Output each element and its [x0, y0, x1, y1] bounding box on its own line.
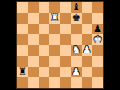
piece-black-pawn[interactable]: ♟ [93, 24, 102, 34]
square-f1[interactable] [71, 77, 82, 88]
square-e2[interactable] [60, 67, 71, 78]
square-f7[interactable]: ♚ [71, 13, 82, 24]
square-e8[interactable] [60, 2, 71, 13]
square-g7[interactable] [82, 13, 93, 24]
square-h1[interactable] [92, 77, 103, 88]
square-h6[interactable]: ♟ [92, 24, 103, 35]
square-e4[interactable] [60, 45, 71, 56]
piece-white-rook[interactable]: ♜ [50, 13, 59, 23]
square-f2[interactable]: ♟ [71, 67, 82, 78]
square-e3[interactable] [60, 56, 71, 67]
square-a4[interactable] [17, 45, 28, 56]
square-h5[interactable]: ♚ [92, 34, 103, 45]
square-h7[interactable] [92, 13, 103, 24]
square-e5[interactable] [60, 34, 71, 45]
square-g1[interactable] [82, 77, 93, 88]
square-f5[interactable] [71, 34, 82, 45]
square-g6[interactable] [82, 24, 93, 35]
piece-white-pawn[interactable]: ♟ [82, 45, 91, 55]
square-c8[interactable] [39, 2, 50, 13]
piece-white-king[interactable]: ♚ [93, 34, 102, 44]
square-a6[interactable] [17, 24, 28, 35]
piece-white-pawn[interactable]: ♟ [72, 67, 81, 77]
piece-black-king[interactable]: ♚ [72, 13, 81, 23]
square-d4[interactable] [49, 45, 60, 56]
square-h4[interactable] [92, 45, 103, 56]
square-b6[interactable] [28, 24, 39, 35]
square-e1[interactable] [60, 77, 71, 88]
square-d5[interactable] [49, 34, 60, 45]
square-f8[interactable]: ♝ [71, 2, 82, 13]
square-f6[interactable] [71, 24, 82, 35]
square-g5[interactable] [82, 34, 93, 45]
square-a2[interactable]: ♜ [17, 67, 28, 78]
chess-board: ♝♜♚♟♚♞♟♜♟ [16, 1, 104, 89]
square-b7[interactable] [28, 13, 39, 24]
square-d1[interactable] [49, 77, 60, 88]
square-c1[interactable] [39, 77, 50, 88]
diagram-background: ♝♜♚♟♚♞♟♜♟ [0, 0, 120, 90]
square-e6[interactable] [60, 24, 71, 35]
square-a3[interactable] [17, 56, 28, 67]
square-f3[interactable] [71, 56, 82, 67]
square-d3[interactable] [49, 56, 60, 67]
square-d8[interactable] [49, 2, 60, 13]
square-c4[interactable] [39, 45, 50, 56]
square-c2[interactable] [39, 67, 50, 78]
square-b8[interactable] [28, 2, 39, 13]
square-c3[interactable] [39, 56, 50, 67]
square-f4[interactable]: ♞ [71, 45, 82, 56]
square-d2[interactable] [49, 67, 60, 78]
square-c6[interactable] [39, 24, 50, 35]
piece-white-knight[interactable]: ♞ [72, 45, 81, 55]
square-h8[interactable] [92, 2, 103, 13]
square-a7[interactable] [17, 13, 28, 24]
square-d6[interactable] [49, 24, 60, 35]
square-a5[interactable] [17, 34, 28, 45]
piece-black-bishop[interactable]: ♝ [72, 2, 81, 12]
square-a1[interactable] [17, 77, 28, 88]
square-b5[interactable] [28, 34, 39, 45]
square-b1[interactable] [28, 77, 39, 88]
piece-black-rook[interactable]: ♜ [18, 67, 27, 77]
square-b2[interactable] [28, 67, 39, 78]
square-a8[interactable] [17, 2, 28, 13]
square-g2[interactable] [82, 67, 93, 78]
square-h2[interactable] [92, 67, 103, 78]
square-d7[interactable]: ♜ [49, 13, 60, 24]
square-b3[interactable] [28, 56, 39, 67]
square-e7[interactable] [60, 13, 71, 24]
square-c5[interactable] [39, 34, 50, 45]
square-g4[interactable]: ♟ [82, 45, 93, 56]
square-h3[interactable] [92, 56, 103, 67]
square-c7[interactable] [39, 13, 50, 24]
square-g3[interactable] [82, 56, 93, 67]
square-b4[interactable] [28, 45, 39, 56]
square-g8[interactable] [82, 2, 93, 13]
